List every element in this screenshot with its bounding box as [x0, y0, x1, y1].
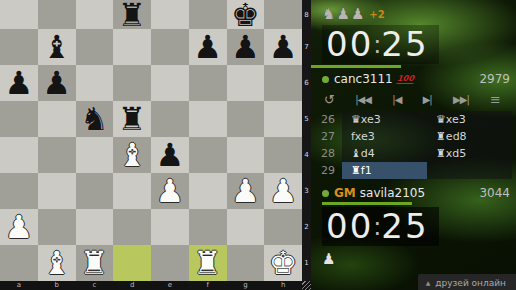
- black-pawn-piece: ♟: [269, 30, 298, 64]
- top-player-rating: 2979: [479, 72, 510, 86]
- square-d5[interactable]: ♜: [113, 101, 151, 137]
- file-label-c: c: [76, 281, 114, 290]
- square-a8[interactable]: [0, 0, 38, 29]
- square-b5[interactable]: [38, 101, 76, 137]
- square-b6[interactable]: ♟: [38, 65, 76, 101]
- white-pawn-piece: ♟: [231, 174, 260, 208]
- square-e8[interactable]: [151, 0, 189, 29]
- file-label-h: h: [264, 281, 302, 290]
- square-h6[interactable]: [264, 65, 302, 101]
- white-pawn-piece: ♟: [269, 174, 298, 208]
- bottom-player-clock: 00:25: [322, 207, 439, 246]
- captured-piece-icon: ♟: [351, 6, 364, 22]
- square-g8[interactable]: ♚: [227, 0, 265, 29]
- square-c8[interactable]: [76, 0, 114, 29]
- white-bishop-piece: ♝: [42, 246, 71, 280]
- black-knight-piece: ♞: [80, 102, 109, 136]
- square-f5[interactable]: [189, 101, 227, 137]
- bottom-player-rating: 3044: [479, 186, 510, 200]
- black-rook-piece: ♜: [118, 102, 147, 136]
- square-c6[interactable]: [76, 65, 114, 101]
- game-screen: ♜♚♝♟♟♟♟♟♞♜♝♟♟♟♟♟♝♜♜♚ 87654321 abcdefgh +…: [0, 0, 516, 290]
- file-label-a: a: [0, 281, 38, 290]
- top-player-captured-tray: +2 ♞♟♟: [322, 5, 510, 23]
- online-dot-icon: [322, 190, 329, 197]
- go-previous-icon[interactable]: |◀: [392, 93, 401, 107]
- menu-icon[interactable]: ≡: [490, 93, 500, 107]
- bottom-clock-progress-bar: [322, 202, 412, 205]
- square-b4[interactable]: [38, 137, 76, 173]
- white-king-piece: ♚: [269, 246, 298, 280]
- square-h5[interactable]: [264, 101, 302, 137]
- square-h3[interactable]: ♟: [264, 173, 302, 209]
- square-e2[interactable]: [151, 209, 189, 245]
- square-a4[interactable]: [0, 137, 38, 173]
- rank-coordinates: 87654321: [302, 0, 311, 281]
- captured-piece-icon: ♟: [322, 250, 335, 268]
- move-number: 28: [318, 145, 342, 162]
- white-pawn-piece: ♟: [5, 210, 34, 244]
- square-a7[interactable]: [0, 29, 38, 65]
- square-a2[interactable]: ♟: [0, 209, 38, 245]
- square-g3[interactable]: ♟: [227, 173, 265, 209]
- friends-online-box[interactable]: ▲ друзей онлайн: [418, 274, 516, 290]
- move-28-black[interactable]: ♜xd5: [427, 145, 512, 162]
- square-g4[interactable]: [227, 137, 265, 173]
- rank-label-5: 5: [302, 101, 311, 137]
- white-pawn-piece: ♟: [156, 174, 185, 208]
- replay-icon[interactable]: ↺: [324, 93, 334, 107]
- bottom-player-captured-tray: ♟: [322, 250, 510, 268]
- online-dot-icon: [322, 76, 329, 83]
- square-h8[interactable]: [264, 0, 302, 29]
- square-c5[interactable]: ♞: [76, 101, 114, 137]
- black-pawn-piece: ♟: [156, 138, 185, 172]
- collapse-triangle-icon: ▲: [426, 279, 431, 286]
- square-b2[interactable]: [38, 209, 76, 245]
- move-number: 29: [318, 162, 342, 179]
- go-last-icon[interactable]: ▶▶|: [453, 93, 469, 107]
- square-c4[interactable]: [76, 137, 114, 173]
- square-f8[interactable]: [189, 0, 227, 29]
- black-pawn-piece: ♟: [193, 30, 222, 64]
- file-label-e: e: [151, 281, 189, 290]
- square-h7[interactable]: ♟: [264, 29, 302, 65]
- move-27-white[interactable]: fxe3: [342, 128, 427, 145]
- captured-piece-icon: ♞: [322, 6, 335, 22]
- material-advantage: +2: [369, 9, 384, 20]
- square-g7[interactable]: ♟: [227, 29, 265, 65]
- square-a5[interactable]: [0, 101, 38, 137]
- square-a1[interactable]: [0, 245, 38, 281]
- game-side-panel: +2 ♞♟♟ 00:25 canc3111 100 2979 ↺|◀◀|◀▶|▶…: [311, 0, 516, 290]
- bottom-player-name[interactable]: savila2105: [360, 186, 425, 200]
- hundred-badge-icon: 100: [396, 75, 414, 84]
- square-b7[interactable]: ♝: [38, 29, 76, 65]
- move-28-white[interactable]: ♝d4: [342, 145, 427, 162]
- square-d4[interactable]: ♝: [113, 137, 151, 173]
- square-e4[interactable]: ♟: [151, 137, 189, 173]
- friends-online-label: друзей онлайн: [435, 278, 506, 288]
- top-player-clock: 00:25: [322, 25, 439, 64]
- square-b8[interactable]: [38, 0, 76, 29]
- square-c7[interactable]: [76, 29, 114, 65]
- rank-label-7: 7: [302, 29, 311, 65]
- square-f4[interactable]: [189, 137, 227, 173]
- square-b1[interactable]: ♝: [38, 245, 76, 281]
- rank-label-8: 8: [302, 0, 311, 29]
- square-c1[interactable]: ♜: [76, 245, 114, 281]
- square-f3[interactable]: [189, 173, 227, 209]
- clock-minutes: 00: [326, 24, 373, 64]
- square-b3[interactable]: [38, 173, 76, 209]
- chess-board-area: ♜♚♝♟♟♟♟♟♞♜♝♟♟♟♟♟♝♜♜♚ 87654321 abcdefgh: [0, 0, 311, 290]
- square-e3[interactable]: ♟: [151, 173, 189, 209]
- white-bishop-piece: ♝: [118, 138, 147, 172]
- top-clock-progress-bar: [311, 65, 401, 68]
- black-king-piece: ♚: [231, 0, 260, 29]
- rank-label-1: 1: [302, 245, 311, 281]
- move-number: 26: [318, 111, 342, 128]
- square-g1[interactable]: [227, 245, 265, 281]
- square-e1[interactable]: [151, 245, 189, 281]
- square-c2[interactable]: [76, 209, 114, 245]
- square-e6[interactable]: [151, 65, 189, 101]
- clock-minutes: 00: [326, 206, 373, 246]
- square-d3[interactable]: [113, 173, 151, 209]
- rank-label-3: 3: [302, 173, 311, 209]
- board-resize-handle-icon[interactable]: [302, 281, 311, 290]
- file-label-g: g: [227, 281, 265, 290]
- move-29-black: [427, 162, 512, 179]
- square-f1[interactable]: ♜: [189, 245, 227, 281]
- square-a6[interactable]: ♟: [0, 65, 38, 101]
- rank-label-6: 6: [302, 65, 311, 101]
- move-29-white[interactable]: ♜f1: [342, 162, 427, 179]
- move-navigation-bar: ↺|◀◀|◀▶|▶▶|≡: [322, 92, 510, 108]
- clock-seconds: 25: [381, 206, 428, 246]
- move-26-white[interactable]: ♛xe3: [342, 111, 427, 128]
- square-c3[interactable]: [76, 173, 114, 209]
- square-d1[interactable]: [113, 245, 151, 281]
- square-f2[interactable]: [189, 209, 227, 245]
- bottom-player-title: GM: [334, 186, 356, 200]
- clock-seconds: 25: [381, 24, 428, 64]
- square-e7[interactable]: [151, 29, 189, 65]
- square-g2[interactable]: [227, 209, 265, 245]
- square-a3[interactable]: [0, 173, 38, 209]
- black-bishop-piece: ♝: [42, 30, 71, 64]
- square-f6[interactable]: [189, 65, 227, 101]
- square-d8[interactable]: ♜: [113, 0, 151, 29]
- rank-label-4: 4: [302, 137, 311, 173]
- top-player-row: canc3111 100 2979: [322, 71, 510, 87]
- black-pawn-piece: ♟: [5, 66, 34, 100]
- file-label-b: b: [38, 281, 76, 290]
- file-label-d: d: [113, 281, 151, 290]
- bottom-player-row: GM savila2105 3044: [322, 185, 510, 201]
- black-pawn-piece: ♟: [231, 30, 260, 64]
- move-list: 26♛xe3♛xe327fxe3♜ed828♝d4♜xd529♜f1: [318, 111, 510, 179]
- move-number: 27: [318, 128, 342, 145]
- square-e5[interactable]: [151, 101, 189, 137]
- square-d7[interactable]: [113, 29, 151, 65]
- file-label-f: f: [189, 281, 227, 290]
- captured-piece-icon: ♟: [336, 6, 349, 22]
- square-h2[interactable]: [264, 209, 302, 245]
- square-h1[interactable]: ♚: [264, 245, 302, 281]
- move-26-black[interactable]: ♛xe3: [427, 111, 512, 128]
- square-d2[interactable]: [113, 209, 151, 245]
- top-player-name[interactable]: canc3111: [334, 72, 393, 86]
- black-rook-piece: ♜: [118, 0, 147, 29]
- square-f7[interactable]: ♟: [189, 29, 227, 65]
- file-coordinates: abcdefgh: [0, 281, 311, 290]
- white-rook-piece: ♜: [193, 246, 222, 280]
- board: ♜♚♝♟♟♟♟♟♞♜♝♟♟♟♟♟♝♜♜♚: [0, 0, 302, 281]
- square-h4[interactable]: [264, 137, 302, 173]
- go-first-icon[interactable]: |◀◀: [355, 93, 371, 107]
- go-next-icon[interactable]: ▶|: [423, 93, 432, 107]
- rank-label-2: 2: [302, 209, 311, 245]
- white-rook-piece: ♜: [80, 246, 109, 280]
- black-pawn-piece: ♟: [42, 66, 71, 100]
- square-d6[interactable]: [113, 65, 151, 101]
- move-27-black[interactable]: ♜ed8: [427, 128, 512, 145]
- square-g6[interactable]: [227, 65, 265, 101]
- square-g5[interactable]: [227, 101, 265, 137]
